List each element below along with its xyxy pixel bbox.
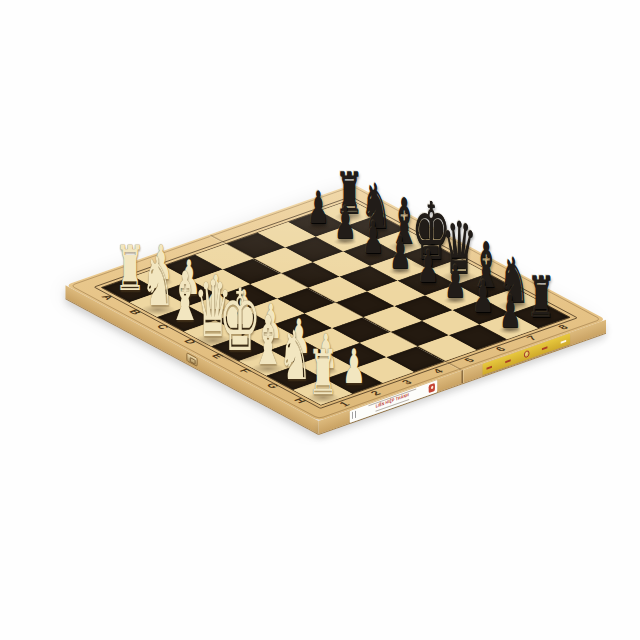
product-photo: ABCDEFGH 87654321 LIÊN HIỆP THÀNH ♜♞♝♚♛♝… xyxy=(0,0,640,640)
fold-gap xyxy=(461,370,463,384)
brand-logo-icon xyxy=(429,382,435,392)
barcode-icon xyxy=(352,411,356,419)
gold-sticker-mark xyxy=(561,339,566,343)
chess-board: ABCDEFGH 87654321 xyxy=(66,184,607,421)
gold-sticker-mark xyxy=(505,359,510,363)
latch-icon xyxy=(187,352,198,367)
gold-sticker-mark xyxy=(486,365,491,369)
gold-sticker-mark xyxy=(542,346,547,350)
emblem-icon xyxy=(524,350,529,359)
